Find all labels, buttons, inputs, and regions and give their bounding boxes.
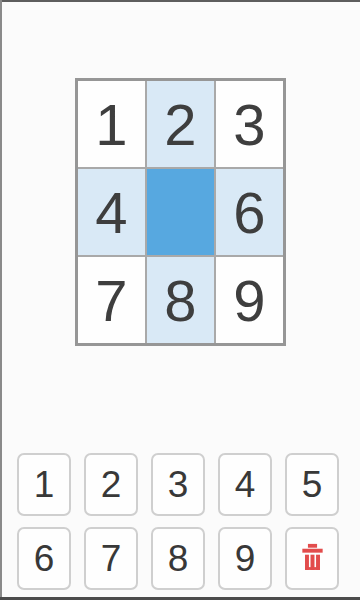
cell-r0c2[interactable]: 3 <box>216 81 283 167</box>
cell-r2c2[interactable]: 9 <box>216 257 283 343</box>
numpad-key-9[interactable]: 9 <box>218 527 272 590</box>
numpad: 1 2 3 4 5 6 7 8 9 <box>17 453 339 590</box>
numpad-key-2[interactable]: 2 <box>84 453 138 516</box>
numpad-key-3[interactable]: 3 <box>151 453 205 516</box>
cell-r1c2[interactable]: 6 <box>216 169 283 255</box>
cell-r0c1[interactable]: 2 <box>147 81 214 167</box>
screen-edge-left <box>0 0 2 600</box>
numpad-key-5[interactable]: 5 <box>285 453 339 516</box>
numpad-key-6[interactable]: 6 <box>17 527 71 590</box>
cell-r2c0[interactable]: 7 <box>78 257 145 343</box>
screen-edge-top <box>0 0 360 2</box>
puzzle-board: 1 2 3 4 6 7 8 9 <box>75 78 286 346</box>
cell-r0c0[interactable]: 1 <box>78 81 145 167</box>
numpad-key-1[interactable]: 1 <box>17 453 71 516</box>
cell-r1c1-selected[interactable] <box>147 169 214 255</box>
cell-r1c0[interactable]: 4 <box>78 169 145 255</box>
delete-button[interactable] <box>285 527 339 590</box>
app-screen: 1 2 3 4 6 7 8 9 1 2 3 4 5 6 7 8 9 <box>0 0 360 600</box>
numpad-key-7[interactable]: 7 <box>84 527 138 590</box>
trash-icon <box>297 542 328 575</box>
cell-r2c1[interactable]: 8 <box>147 257 214 343</box>
numpad-key-8[interactable]: 8 <box>151 527 205 590</box>
numpad-key-4[interactable]: 4 <box>218 453 272 516</box>
